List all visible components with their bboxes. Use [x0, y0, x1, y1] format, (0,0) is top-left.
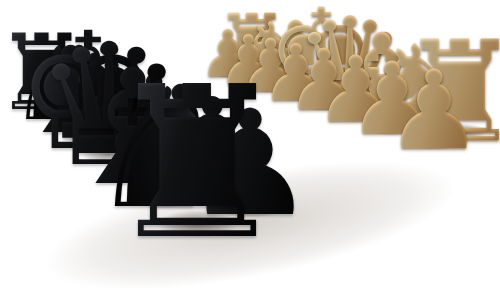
piece-shadow: [80, 145, 138, 164]
piece-white-king-e1: ♚: [266, 0, 376, 116]
piece-black-bishop-f8: ♝: [17, 31, 124, 150]
piece-black-knight-g8: ♞: [10, 34, 101, 135]
piece-shadow: [302, 97, 346, 112]
chess-set-photo: ♜♞♝♛♚♝♞♜♟♟♟♟♟♟♟♟♟♟♟♟♟♟♟♟♜♞♝♛♚♝♞♜: [0, 0, 500, 298]
piece-black-pawn-h7: ♟: [45, 37, 113, 113]
piece-shadow: [106, 122, 156, 139]
piece-shadow: [301, 83, 341, 96]
piece-shadow: [211, 67, 245, 78]
piece-shadow: [59, 90, 99, 103]
piece-white-pawn-b2: ♟: [348, 50, 437, 149]
piece-white-pawn-f2: ♟: [238, 30, 304, 103]
piece-black-pawn-b7: ♟: [154, 81, 270, 210]
piece-black-queen-d8: ♛: [33, 22, 184, 191]
piece-shadow: [255, 69, 290, 81]
piece-black-pawn-d7: ♟: [107, 63, 201, 168]
piece-shadow: [73, 99, 116, 113]
piece-black-pawn-g7: ♟: [58, 43, 131, 124]
piece-shadow: [366, 119, 418, 136]
piece-white-pawn-g2: ♟: [217, 26, 279, 95]
piece-shadow: [125, 185, 198, 209]
piece-shadow: [62, 130, 115, 148]
piece-black-bishop-c8: ♝: [61, 49, 204, 208]
piece-shadow: [101, 163, 166, 185]
piece-shadow: [328, 92, 371, 106]
piece-shadow: [212, 193, 289, 219]
piece-shadow: [405, 132, 462, 151]
piece-shadow: [393, 111, 443, 128]
pieces-layer: ♜♞♝♛♚♝♞♜♟♟♟♟♟♟♟♟♟♟♟♟♟♟♟♟♜♞♝♛♚♝♞♜: [0, 0, 500, 298]
piece-shadow: [21, 96, 63, 110]
piece-white-pawn-h2: ♟: [199, 22, 257, 87]
piece-black-pawn-e7: ♟: [88, 55, 174, 151]
piece-shadow: [150, 151, 211, 171]
piece-black-pawn-c7: ♟: [129, 71, 233, 186]
piece-shadow: [156, 210, 239, 238]
piece-black-pawn-a7: ♟: [185, 92, 316, 238]
piece-white-bishop-c1: ♝: [331, 19, 433, 133]
piece-shadow: [230, 73, 266, 85]
piece-white-rook-h1: ♜: [214, 3, 289, 87]
piece-shadow: [251, 81, 290, 94]
piece-shadow: [127, 135, 182, 153]
piece-black-king-e8: ♚: [16, 11, 161, 173]
piece-white-pawn-c2: ♟: [315, 44, 397, 135]
piece-white-queen-d1: ♛: [294, 1, 405, 125]
piece-shadow: [33, 106, 78, 121]
piece-white-pawn-a2: ♟: [385, 56, 483, 165]
piece-shadow: [332, 107, 380, 123]
piece-shadow: [359, 101, 405, 116]
piece-white-pawn-e2: ♟: [261, 34, 331, 112]
piece-white-bishop-f1: ♝: [254, 10, 337, 102]
piece-white-rook-a1: ♜: [398, 23, 500, 162]
piece-white-knight-g1: ♞: [237, 13, 308, 93]
piece-shadow: [46, 117, 94, 133]
piece-shadow: [235, 63, 268, 74]
piece-shadow: [88, 110, 134, 125]
piece-shadow: [275, 88, 316, 102]
piece-black-knight-b8: ♞: [88, 67, 236, 232]
piece-white-pawn-d2: ♟: [286, 39, 362, 123]
piece-shadow: [178, 170, 246, 193]
piece-black-rook-h8: ♜: [0, 20, 89, 125]
piece-black-pawn-f7: ♟: [72, 49, 151, 137]
piece-shadow: [433, 123, 488, 141]
piece-shadow: [277, 76, 314, 88]
piece-black-rook-a8: ♜: [103, 59, 291, 269]
piece-white-knight-b1: ♞: [367, 30, 469, 144]
